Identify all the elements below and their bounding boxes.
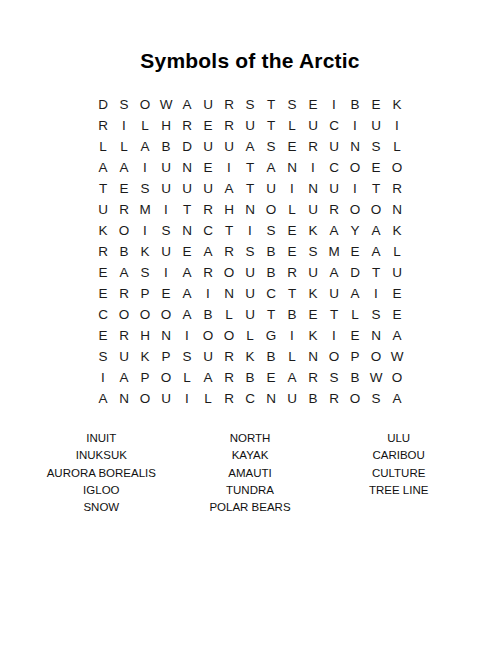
grid-cell-r12c5[interactable]: I — [177, 325, 198, 346]
grid-cell-r6c5[interactable]: T — [177, 199, 198, 220]
grid-cell-r8c14[interactable]: A — [366, 241, 387, 262]
grid-cell-r15c4[interactable]: U — [156, 388, 177, 409]
grid-cell-r4c14[interactable]: E — [366, 157, 387, 178]
grid-cell-r5c9[interactable]: U — [261, 178, 282, 199]
grid-cell-r4c9[interactable]: A — [261, 157, 282, 178]
grid-cell-r11c13[interactable]: L — [345, 304, 366, 325]
grid-cell-r5c12[interactable]: U — [324, 178, 345, 199]
grid-cell-r7c11[interactable]: K — [303, 220, 324, 241]
grid-cell-r15c7[interactable]: R — [219, 388, 240, 409]
word-list-item: NORTH — [176, 430, 325, 447]
grid-cell-r8c15[interactable]: L — [387, 241, 408, 262]
grid-cell-r8c6[interactable]: A — [198, 241, 219, 262]
grid-cell-r13c1[interactable]: S — [93, 346, 114, 367]
grid-cell-r13c2[interactable]: U — [114, 346, 135, 367]
grid-cell-r6c14[interactable]: O — [366, 199, 387, 220]
grid-cell-r11c4[interactable]: O — [156, 304, 177, 325]
grid-cell-r4c3[interactable]: I — [135, 157, 156, 178]
grid-cell-r15c13[interactable]: O — [345, 388, 366, 409]
word-list-item: KAYAK — [176, 447, 325, 464]
word-list-item: TREE LINE — [324, 482, 473, 499]
grid-cell-r12c2[interactable]: R — [114, 325, 135, 346]
grid-cell-r5c10[interactable]: I — [282, 178, 303, 199]
grid-cell-r13c14[interactable]: O — [366, 346, 387, 367]
grid-cell-r2c3[interactable]: L — [135, 115, 156, 136]
grid-cell-r2c15[interactable]: I — [387, 115, 408, 136]
grid-cell-r13c9[interactable]: B — [261, 346, 282, 367]
grid-cell-r3c8[interactable]: A — [240, 136, 261, 157]
grid-cell-r15c1[interactable]: A — [93, 388, 114, 409]
grid-cell-r8c3[interactable]: K — [135, 241, 156, 262]
word-list-column-2: NORTHKAYAKAMAUTITUNDRAPOLAR BEARS — [176, 430, 325, 516]
grid-cell-r11c9[interactable]: T — [261, 304, 282, 325]
grid-cell-r13c4[interactable]: P — [156, 346, 177, 367]
word-search-grid: DSOWAURSTSEIBEKRILHRERUTLUCIUILLABDUUASE… — [93, 94, 408, 409]
word-list-item: CARIBOU — [324, 447, 473, 464]
grid-cell-r3c15[interactable]: L — [387, 136, 408, 157]
grid-cell-r13c7[interactable]: R — [219, 346, 240, 367]
grid-cell-r14c7[interactable]: R — [219, 367, 240, 388]
grid-cell-r6c1[interactable]: U — [93, 199, 114, 220]
grid-cell-r3c12[interactable]: U — [324, 136, 345, 157]
grid-cell-r9c7[interactable]: O — [219, 262, 240, 283]
grid-cell-r10c13[interactable]: A — [345, 283, 366, 304]
grid-cell-r10c7[interactable]: N — [219, 283, 240, 304]
grid-cell-r8c1[interactable]: R — [93, 241, 114, 262]
grid-cell-r1c2[interactable]: S — [114, 94, 135, 115]
grid-cell-r4c6[interactable]: E — [198, 157, 219, 178]
grid-cell-r5c15[interactable]: R — [387, 178, 408, 199]
grid-cell-r13c12[interactable]: O — [324, 346, 345, 367]
grid-cell-r3c14[interactable]: S — [366, 136, 387, 157]
grid-cell-r12c14[interactable]: N — [366, 325, 387, 346]
grid-cell-r7c4[interactable]: S — [156, 220, 177, 241]
grid-cell-r4c1[interactable]: A — [93, 157, 114, 178]
grid-cell-r12c11[interactable]: K — [303, 325, 324, 346]
grid-cell-r1c1[interactable]: D — [93, 94, 114, 115]
grid-cell-r1c12[interactable]: I — [324, 94, 345, 115]
grid-cell-r7c13[interactable]: Y — [345, 220, 366, 241]
grid-cell-r9c15[interactable]: U — [387, 262, 408, 283]
word-list-column-3: ULUCARIBOUCULTURETREE LINE — [324, 430, 473, 516]
word-list-item: INUIT — [27, 430, 176, 447]
grid-cell-r3c7[interactable]: U — [219, 136, 240, 157]
grid-cell-r9c14[interactable]: T — [366, 262, 387, 283]
grid-cell-r6c9[interactable]: O — [261, 199, 282, 220]
grid-cell-r1c9[interactable]: T — [261, 94, 282, 115]
grid-cell-r11c7[interactable]: L — [219, 304, 240, 325]
grid-cell-r12c1[interactable]: E — [93, 325, 114, 346]
grid-cell-r1c4[interactable]: W — [156, 94, 177, 115]
word-list-item: IGLOO — [27, 482, 176, 499]
grid-cell-r15c9[interactable]: N — [261, 388, 282, 409]
grid-cell-r9c5[interactable]: A — [177, 262, 198, 283]
grid-cell-r14c10[interactable]: A — [282, 367, 303, 388]
grid-cell-r2c6[interactable]: E — [198, 115, 219, 136]
grid-cell-r4c8[interactable]: T — [240, 157, 261, 178]
grid-cell-r14c5[interactable]: L — [177, 367, 198, 388]
word-list: INUITINUKSUKAURORA BOREALISIGLOOSNOWNORT… — [27, 430, 473, 516]
grid-cell-r2c8[interactable]: U — [240, 115, 261, 136]
word-list-column-1: INUITINUKSUKAURORA BOREALISIGLOOSNOW — [27, 430, 176, 516]
grid-cell-r1c8[interactable]: S — [240, 94, 261, 115]
grid-cell-r15c3[interactable]: O — [135, 388, 156, 409]
grid-cell-r14c2[interactable]: A — [114, 367, 135, 388]
grid-cell-r10c2[interactable]: R — [114, 283, 135, 304]
grid-cell-r2c5[interactable]: R — [177, 115, 198, 136]
grid-cell-r9c6[interactable]: R — [198, 262, 219, 283]
grid-cell-r8c7[interactable]: R — [219, 241, 240, 262]
grid-cell-r11c1[interactable]: C — [93, 304, 114, 325]
grid-cell-r6c11[interactable]: U — [303, 199, 324, 220]
grid-cell-r2c2[interactable]: I — [114, 115, 135, 136]
grid-cell-r15c8[interactable]: C — [240, 388, 261, 409]
grid-cell-r14c6[interactable]: A — [198, 367, 219, 388]
grid-cell-r15c10[interactable]: U — [282, 388, 303, 409]
grid-cell-r9c10[interactable]: R — [282, 262, 303, 283]
grid-cell-r13c11[interactable]: N — [303, 346, 324, 367]
grid-cell-r2c14[interactable]: U — [366, 115, 387, 136]
grid-cell-r13c15[interactable]: W — [387, 346, 408, 367]
grid-cell-r11c10[interactable]: B — [282, 304, 303, 325]
grid-cell-r1c14[interactable]: E — [366, 94, 387, 115]
grid-cell-r12c10[interactable]: I — [282, 325, 303, 346]
grid-cell-r5c8[interactable]: T — [240, 178, 261, 199]
grid-cell-r1c5[interactable]: A — [177, 94, 198, 115]
grid-cell-r15c6[interactable]: L — [198, 388, 219, 409]
grid-cell-r11c15[interactable]: E — [387, 304, 408, 325]
grid-cell-r14c14[interactable]: W — [366, 367, 387, 388]
grid-cell-r9c4[interactable]: I — [156, 262, 177, 283]
grid-cell-r10c4[interactable]: E — [156, 283, 177, 304]
grid-cell-r8c8[interactable]: S — [240, 241, 261, 262]
grid-cell-r14c15[interactable]: O — [387, 367, 408, 388]
grid-cell-r11c5[interactable]: A — [177, 304, 198, 325]
grid-cell-r3c1[interactable]: L — [93, 136, 114, 157]
grid-cell-r4c10[interactable]: N — [282, 157, 303, 178]
grid-cell-r13c5[interactable]: S — [177, 346, 198, 367]
grid-cell-r9c13[interactable]: D — [345, 262, 366, 283]
grid-cell-r11c3[interactable]: O — [135, 304, 156, 325]
grid-cell-r6c2[interactable]: R — [114, 199, 135, 220]
grid-cell-r11c2[interactable]: O — [114, 304, 135, 325]
grid-cell-r3c10[interactable]: E — [282, 136, 303, 157]
grid-cell-r7c5[interactable]: N — [177, 220, 198, 241]
grid-cell-r15c11[interactable]: B — [303, 388, 324, 409]
grid-cell-r4c5[interactable]: N — [177, 157, 198, 178]
word-list-item: CULTURE — [324, 465, 473, 482]
grid-cell-r2c11[interactable]: U — [303, 115, 324, 136]
grid-cell-r6c12[interactable]: R — [324, 199, 345, 220]
grid-cell-r7c6[interactable]: C — [198, 220, 219, 241]
grid-cell-r13c13[interactable]: P — [345, 346, 366, 367]
grid-cell-r7c3[interactable]: I — [135, 220, 156, 241]
grid-cell-r7c2[interactable]: O — [114, 220, 135, 241]
grid-cell-r4c11[interactable]: I — [303, 157, 324, 178]
grid-cell-r10c14[interactable]: I — [366, 283, 387, 304]
grid-cell-r2c7[interactable]: R — [219, 115, 240, 136]
grid-cell-r2c4[interactable]: H — [156, 115, 177, 136]
grid-cell-r9c9[interactable]: B — [261, 262, 282, 283]
grid-cell-r14c8[interactable]: B — [240, 367, 261, 388]
grid-cell-r12c4[interactable]: N — [156, 325, 177, 346]
grid-cell-r3c11[interactable]: R — [303, 136, 324, 157]
grid-cell-r12c12[interactable]: I — [324, 325, 345, 346]
grid-cell-r10c8[interactable]: U — [240, 283, 261, 304]
grid-cell-r7c7[interactable]: T — [219, 220, 240, 241]
grid-cell-r7c1[interactable]: K — [93, 220, 114, 241]
grid-cell-r3c5[interactable]: D — [177, 136, 198, 157]
grid-cell-r12c7[interactable]: O — [219, 325, 240, 346]
grid-cell-r5c6[interactable]: U — [198, 178, 219, 199]
grid-cell-r4c12[interactable]: C — [324, 157, 345, 178]
grid-cell-r11c14[interactable]: S — [366, 304, 387, 325]
grid-cell-r10c10[interactable]: T — [282, 283, 303, 304]
grid-cell-r2c1[interactable]: R — [93, 115, 114, 136]
grid-cell-r6c8[interactable]: N — [240, 199, 261, 220]
grid-cell-r12c15[interactable]: A — [387, 325, 408, 346]
grid-cell-r12c8[interactable]: L — [240, 325, 261, 346]
grid-cell-r5c5[interactable]: U — [177, 178, 198, 199]
grid-cell-r9c8[interactable]: U — [240, 262, 261, 283]
grid-cell-r9c12[interactable]: A — [324, 262, 345, 283]
grid-cell-r7c15[interactable]: K — [387, 220, 408, 241]
grid-cell-r8c9[interactable]: B — [261, 241, 282, 262]
grid-cell-r11c6[interactable]: B — [198, 304, 219, 325]
grid-cell-r8c13[interactable]: E — [345, 241, 366, 262]
grid-cell-r13c8[interactable]: K — [240, 346, 261, 367]
grid-cell-r9c2[interactable]: A — [114, 262, 135, 283]
grid-cell-r14c3[interactable]: P — [135, 367, 156, 388]
grid-cell-r11c12[interactable]: T — [324, 304, 345, 325]
grid-cell-r10c5[interactable]: A — [177, 283, 198, 304]
word-list-item: INUKSUK — [27, 447, 176, 464]
grid-cell-r4c15[interactable]: O — [387, 157, 408, 178]
grid-cell-r10c6[interactable]: I — [198, 283, 219, 304]
grid-cell-r8c2[interactable]: B — [114, 241, 135, 262]
grid-cell-r5c2[interactable]: E — [114, 178, 135, 199]
grid-cell-r1c7[interactable]: R — [219, 94, 240, 115]
grid-cell-r8c10[interactable]: E — [282, 241, 303, 262]
grid-cell-r15c15[interactable]: A — [387, 388, 408, 409]
grid-cell-r9c1[interactable]: E — [93, 262, 114, 283]
grid-cell-r2c9[interactable]: T — [261, 115, 282, 136]
grid-cell-r5c7[interactable]: A — [219, 178, 240, 199]
grid-cell-r8c5[interactable]: E — [177, 241, 198, 262]
grid-cell-r10c1[interactable]: E — [93, 283, 114, 304]
grid-cell-r1c11[interactable]: E — [303, 94, 324, 115]
grid-cell-r7c14[interactable]: A — [366, 220, 387, 241]
grid-cell-r6c10[interactable]: L — [282, 199, 303, 220]
grid-cell-r3c6[interactable]: U — [198, 136, 219, 157]
grid-cell-r12c9[interactable]: G — [261, 325, 282, 346]
word-list-item: POLAR BEARS — [176, 499, 325, 516]
grid-cell-r8c12[interactable]: M — [324, 241, 345, 262]
grid-cell-r12c3[interactable]: H — [135, 325, 156, 346]
grid-cell-r15c2[interactable]: N — [114, 388, 135, 409]
grid-cell-r6c15[interactable]: N — [387, 199, 408, 220]
grid-cell-r7c9[interactable]: S — [261, 220, 282, 241]
grid-cell-r6c7[interactable]: H — [219, 199, 240, 220]
grid-cell-r10c15[interactable]: E — [387, 283, 408, 304]
grid-cell-r6c4[interactable]: I — [156, 199, 177, 220]
page-title: Symbols of the Arctic — [0, 0, 500, 74]
grid-cell-r10c11[interactable]: K — [303, 283, 324, 304]
grid-cell-r9c11[interactable]: U — [303, 262, 324, 283]
grid-cell-r7c12[interactable]: A — [324, 220, 345, 241]
grid-cell-r12c6[interactable]: O — [198, 325, 219, 346]
grid-cell-r3c2[interactable]: L — [114, 136, 135, 157]
grid-cell-r2c13[interactable]: I — [345, 115, 366, 136]
grid-cell-r4c4[interactable]: U — [156, 157, 177, 178]
word-list-item: TUNDRA — [176, 482, 325, 499]
grid-cell-r8c4[interactable]: U — [156, 241, 177, 262]
grid-cell-r3c4[interactable]: B — [156, 136, 177, 157]
grid-cell-r2c12[interactable]: C — [324, 115, 345, 136]
grid-cell-r13c3[interactable]: K — [135, 346, 156, 367]
grid-cell-r15c14[interactable]: S — [366, 388, 387, 409]
grid-cell-r8c11[interactable]: S — [303, 241, 324, 262]
grid-cell-r6c6[interactable]: R — [198, 199, 219, 220]
grid-cell-r14c4[interactable]: O — [156, 367, 177, 388]
grid-cell-r3c9[interactable]: S — [261, 136, 282, 157]
grid-cell-r1c6[interactable]: U — [198, 94, 219, 115]
grid-cell-r14c12[interactable]: S — [324, 367, 345, 388]
grid-cell-r1c15[interactable]: K — [387, 94, 408, 115]
grid-cell-r15c5[interactable]: I — [177, 388, 198, 409]
grid-cell-r4c2[interactable]: A — [114, 157, 135, 178]
grid-cell-r3c3[interactable]: A — [135, 136, 156, 157]
grid-cell-r2c10[interactable]: L — [282, 115, 303, 136]
grid-cell-r14c1[interactable]: I — [93, 367, 114, 388]
word-list-item: ULU — [324, 430, 473, 447]
grid-cell-r1c3[interactable]: O — [135, 94, 156, 115]
grid-cell-r5c13[interactable]: I — [345, 178, 366, 199]
grid-cell-r7c8[interactable]: I — [240, 220, 261, 241]
grid-cell-r4c7[interactable]: I — [219, 157, 240, 178]
grid-cell-r10c9[interactable]: C — [261, 283, 282, 304]
grid-cell-r5c14[interactable]: T — [366, 178, 387, 199]
grid-cell-r14c13[interactable]: B — [345, 367, 366, 388]
grid-cell-r1c10[interactable]: S — [282, 94, 303, 115]
grid-cell-r6c3[interactable]: M — [135, 199, 156, 220]
grid-cell-r1c13[interactable]: B — [345, 94, 366, 115]
grid-cell-r4c13[interactable]: O — [345, 157, 366, 178]
grid-cell-r14c9[interactable]: E — [261, 367, 282, 388]
grid-cell-r11c8[interactable]: U — [240, 304, 261, 325]
grid-cell-r10c3[interactable]: P — [135, 283, 156, 304]
grid-cell-r10c12[interactable]: U — [324, 283, 345, 304]
grid-cell-r7c10[interactable]: E — [282, 220, 303, 241]
word-list-item: AMAUTI — [176, 465, 325, 482]
grid-cell-r5c1[interactable]: T — [93, 178, 114, 199]
grid-cell-r5c4[interactable]: U — [156, 178, 177, 199]
word-list-item: SNOW — [27, 499, 176, 516]
grid-cell-r15c12[interactable]: R — [324, 388, 345, 409]
grid-cell-r6c13[interactable]: O — [345, 199, 366, 220]
grid-cell-r5c11[interactable]: N — [303, 178, 324, 199]
grid-cell-r9c3[interactable]: S — [135, 262, 156, 283]
grid-cell-r11c11[interactable]: E — [303, 304, 324, 325]
grid-cell-r5c3[interactable]: S — [135, 178, 156, 199]
grid-cell-r3c13[interactable]: N — [345, 136, 366, 157]
grid-cell-r13c6[interactable]: U — [198, 346, 219, 367]
word-list-item: AURORA BOREALIS — [27, 465, 176, 482]
grid-cell-r12c13[interactable]: E — [345, 325, 366, 346]
grid-cell-r14c11[interactable]: R — [303, 367, 324, 388]
grid-cell-r13c10[interactable]: L — [282, 346, 303, 367]
